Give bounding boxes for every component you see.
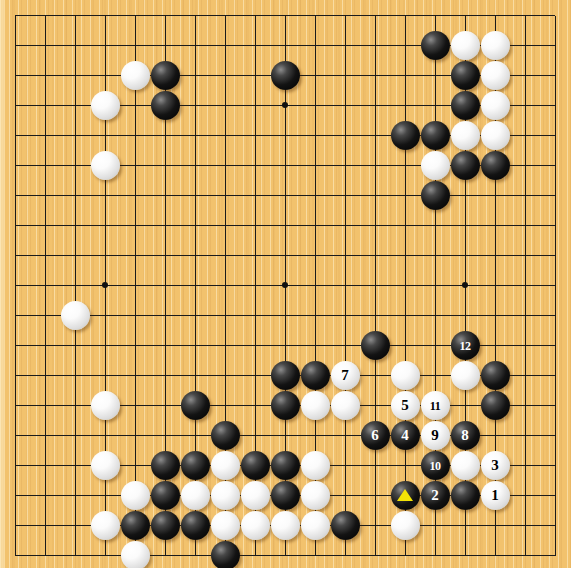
board-point[interactable]: 6 — [360, 421, 390, 451]
board-point[interactable] — [60, 91, 90, 121]
board-point[interactable] — [360, 301, 390, 331]
board-point[interactable] — [330, 91, 360, 121]
board-point[interactable] — [450, 301, 480, 331]
board-point[interactable] — [120, 241, 150, 271]
board-point[interactable] — [270, 541, 300, 568]
board-point[interactable] — [390, 121, 420, 151]
board-point[interactable] — [30, 271, 60, 301]
board-point[interactable] — [420, 181, 450, 211]
board-point[interactable] — [30, 1, 60, 31]
board-point[interactable] — [330, 151, 360, 181]
board-point[interactable] — [300, 361, 330, 391]
board-point[interactable] — [300, 421, 330, 451]
board-point[interactable] — [360, 211, 390, 241]
board-point[interactable] — [30, 511, 60, 541]
board-point[interactable]: 9 — [420, 421, 450, 451]
board-point[interactable] — [150, 541, 180, 568]
board-point[interactable] — [60, 451, 90, 481]
board-point[interactable] — [60, 391, 90, 421]
board-point[interactable] — [540, 301, 570, 331]
board-point[interactable] — [210, 271, 240, 301]
board-point[interactable] — [390, 481, 420, 511]
board-point[interactable] — [360, 181, 390, 211]
board-point[interactable] — [480, 271, 510, 301]
board-point[interactable] — [270, 361, 300, 391]
board-point[interactable] — [540, 181, 570, 211]
board-point[interactable] — [270, 241, 300, 271]
board-point[interactable] — [0, 211, 30, 241]
board-point[interactable] — [270, 391, 300, 421]
board-point[interactable] — [180, 91, 210, 121]
board-point[interactable] — [150, 271, 180, 301]
board-point[interactable] — [240, 481, 270, 511]
board-point[interactable] — [510, 121, 540, 151]
board-point[interactable] — [180, 31, 210, 61]
board-point[interactable]: 5 — [390, 391, 420, 421]
board-point[interactable] — [120, 541, 150, 568]
board-point[interactable] — [60, 121, 90, 151]
board-point[interactable] — [60, 511, 90, 541]
board-point[interactable] — [210, 451, 240, 481]
board-point[interactable] — [330, 121, 360, 151]
board-point[interactable] — [240, 361, 270, 391]
board-point[interactable] — [360, 511, 390, 541]
board-point[interactable] — [450, 361, 480, 391]
board-point[interactable] — [360, 31, 390, 61]
board-point[interactable]: 11 — [420, 391, 450, 421]
board-point[interactable] — [300, 511, 330, 541]
board-point[interactable] — [420, 211, 450, 241]
board-point[interactable] — [300, 241, 330, 271]
board-point[interactable] — [0, 121, 30, 151]
board-point[interactable] — [0, 241, 30, 271]
board-point[interactable] — [480, 121, 510, 151]
board-point[interactable] — [540, 451, 570, 481]
board-point[interactable] — [420, 61, 450, 91]
board-point[interactable] — [510, 391, 540, 421]
board-point[interactable] — [0, 511, 30, 541]
board-point[interactable] — [360, 541, 390, 568]
board-point[interactable] — [510, 151, 540, 181]
board-point[interactable] — [0, 1, 30, 31]
board-point[interactable] — [150, 211, 180, 241]
board-point[interactable] — [510, 1, 540, 31]
board-point[interactable] — [480, 301, 510, 331]
board-point[interactable] — [450, 121, 480, 151]
board-point[interactable] — [360, 331, 390, 361]
board-point[interactable] — [60, 331, 90, 361]
board-point[interactable] — [90, 91, 120, 121]
board-point[interactable] — [540, 421, 570, 451]
board-point[interactable] — [510, 481, 540, 511]
board-point[interactable] — [480, 421, 510, 451]
board-point[interactable] — [300, 61, 330, 91]
board-point[interactable] — [390, 151, 420, 181]
board-point[interactable] — [210, 121, 240, 151]
board-point[interactable] — [450, 61, 480, 91]
board-point[interactable] — [420, 361, 450, 391]
board-point[interactable] — [90, 301, 120, 331]
board-point[interactable] — [120, 451, 150, 481]
board-point[interactable] — [0, 271, 30, 301]
board-point[interactable] — [330, 181, 360, 211]
board-point[interactable] — [510, 331, 540, 361]
board-point[interactable] — [180, 61, 210, 91]
board-point[interactable] — [450, 91, 480, 121]
board-point[interactable] — [270, 31, 300, 61]
board-point[interactable] — [450, 541, 480, 568]
board-point[interactable] — [150, 1, 180, 31]
board-point[interactable] — [90, 151, 120, 181]
board-point[interactable] — [450, 181, 480, 211]
board-point[interactable] — [210, 481, 240, 511]
board-point[interactable] — [450, 511, 480, 541]
board-point[interactable] — [240, 61, 270, 91]
board-point[interactable] — [540, 1, 570, 31]
board-point[interactable] — [360, 91, 390, 121]
board-point[interactable] — [270, 481, 300, 511]
board-point[interactable] — [30, 91, 60, 121]
board-point[interactable] — [30, 241, 60, 271]
board-point[interactable] — [540, 271, 570, 301]
board-point[interactable] — [480, 151, 510, 181]
board-point[interactable] — [480, 241, 510, 271]
board-point[interactable] — [300, 31, 330, 61]
board-point[interactable] — [540, 241, 570, 271]
board-point[interactable] — [60, 1, 90, 31]
board-point[interactable] — [120, 211, 150, 241]
board-point[interactable] — [480, 391, 510, 421]
board-point[interactable] — [150, 421, 180, 451]
board-point[interactable] — [30, 61, 60, 91]
board-point[interactable] — [90, 121, 120, 151]
board-point[interactable] — [90, 511, 120, 541]
board-point[interactable] — [90, 451, 120, 481]
board-point[interactable] — [90, 271, 120, 301]
board-point[interactable] — [150, 61, 180, 91]
board-point[interactable] — [540, 331, 570, 361]
board-point[interactable] — [510, 271, 540, 301]
board-point[interactable] — [90, 421, 120, 451]
board-point[interactable] — [450, 241, 480, 271]
board-point[interactable] — [150, 31, 180, 61]
board-point[interactable] — [540, 511, 570, 541]
board-point[interactable] — [330, 331, 360, 361]
board-point[interactable]: 3 — [480, 451, 510, 481]
board-point[interactable] — [60, 481, 90, 511]
board-point[interactable] — [270, 121, 300, 151]
board-point[interactable] — [540, 121, 570, 151]
board-point[interactable] — [90, 331, 120, 361]
board-point[interactable] — [390, 1, 420, 31]
board-point[interactable] — [450, 211, 480, 241]
board-point[interactable] — [120, 361, 150, 391]
board-point[interactable] — [0, 91, 30, 121]
board-point[interactable] — [240, 301, 270, 331]
board-point[interactable] — [30, 121, 60, 151]
board-point[interactable] — [60, 361, 90, 391]
board-point[interactable] — [240, 31, 270, 61]
board-point[interactable] — [240, 151, 270, 181]
board-point[interactable] — [240, 241, 270, 271]
board-point[interactable] — [90, 1, 120, 31]
board-point[interactable] — [60, 61, 90, 91]
board-point[interactable] — [420, 121, 450, 151]
board-point[interactable] — [30, 391, 60, 421]
board-point[interactable] — [390, 31, 420, 61]
board-point[interactable] — [60, 241, 90, 271]
board-point[interactable] — [210, 31, 240, 61]
board-point[interactable] — [450, 31, 480, 61]
board-point[interactable] — [210, 1, 240, 31]
board-point[interactable] — [300, 211, 330, 241]
board-point[interactable] — [120, 511, 150, 541]
board-point[interactable] — [90, 541, 120, 568]
board-point[interactable] — [540, 91, 570, 121]
board-point[interactable]: 4 — [390, 421, 420, 451]
board-point[interactable] — [30, 361, 60, 391]
board-point[interactable] — [480, 211, 510, 241]
board-point[interactable] — [180, 121, 210, 151]
board-point[interactable] — [120, 151, 150, 181]
board-point[interactable] — [0, 451, 30, 481]
board-point[interactable] — [0, 481, 30, 511]
board-point[interactable] — [150, 301, 180, 331]
board-point[interactable] — [210, 421, 240, 451]
board-point[interactable] — [0, 391, 30, 421]
board-point[interactable] — [210, 331, 240, 361]
board-point[interactable] — [540, 211, 570, 241]
board-point[interactable] — [300, 121, 330, 151]
board-point[interactable] — [420, 271, 450, 301]
board-point[interactable] — [240, 211, 270, 241]
board-point[interactable] — [300, 151, 330, 181]
board-point[interactable] — [480, 361, 510, 391]
board-point[interactable] — [510, 451, 540, 481]
board-point[interactable] — [180, 181, 210, 211]
board-point[interactable] — [270, 271, 300, 301]
board-point[interactable] — [480, 1, 510, 31]
board-point[interactable] — [60, 31, 90, 61]
board-point[interactable] — [300, 1, 330, 31]
board-point[interactable] — [330, 61, 360, 91]
board-point[interactable] — [180, 541, 210, 568]
board-point[interactable] — [180, 391, 210, 421]
board-point[interactable] — [240, 271, 270, 301]
board-point[interactable] — [330, 511, 360, 541]
board-point[interactable] — [270, 91, 300, 121]
board-point[interactable] — [480, 541, 510, 568]
board-point[interactable] — [240, 541, 270, 568]
board-point[interactable] — [150, 181, 180, 211]
board-point[interactable] — [30, 541, 60, 568]
board-point[interactable] — [420, 151, 450, 181]
board-point[interactable] — [330, 1, 360, 31]
board-point[interactable] — [540, 31, 570, 61]
board-point[interactable] — [330, 211, 360, 241]
board-point[interactable] — [390, 331, 420, 361]
board-point[interactable]: 12 — [450, 331, 480, 361]
board-point[interactable] — [390, 91, 420, 121]
board-point[interactable] — [180, 211, 210, 241]
board-point[interactable] — [90, 481, 120, 511]
board-point[interactable] — [270, 181, 300, 211]
board-point[interactable] — [390, 301, 420, 331]
board-point[interactable] — [240, 331, 270, 361]
board-point[interactable] — [30, 211, 60, 241]
board-point[interactable] — [120, 31, 150, 61]
board-point[interactable] — [270, 301, 300, 331]
board-point[interactable] — [510, 181, 540, 211]
board-point[interactable] — [540, 391, 570, 421]
board-point[interactable] — [330, 241, 360, 271]
board-point[interactable] — [330, 451, 360, 481]
board-point[interactable] — [270, 451, 300, 481]
board-point[interactable] — [480, 511, 510, 541]
board-point[interactable] — [300, 391, 330, 421]
board-point[interactable] — [420, 541, 450, 568]
board-point[interactable] — [510, 361, 540, 391]
board-point[interactable] — [510, 61, 540, 91]
board-point[interactable] — [60, 421, 90, 451]
board-point[interactable] — [330, 271, 360, 301]
board-point[interactable]: 1 — [480, 481, 510, 511]
board-point[interactable] — [330, 481, 360, 511]
board-point[interactable] — [300, 331, 330, 361]
board-point[interactable] — [150, 391, 180, 421]
board-point[interactable] — [90, 241, 120, 271]
board-point[interactable] — [300, 301, 330, 331]
board-point[interactable]: 10 — [420, 451, 450, 481]
board-point[interactable] — [390, 241, 420, 271]
board-point[interactable] — [510, 541, 540, 568]
board-point[interactable] — [360, 61, 390, 91]
board-point[interactable] — [540, 481, 570, 511]
board-point[interactable] — [300, 181, 330, 211]
board-point[interactable] — [420, 331, 450, 361]
board-point[interactable] — [360, 151, 390, 181]
board-point[interactable] — [60, 181, 90, 211]
board-point[interactable] — [330, 391, 360, 421]
board-point[interactable] — [210, 391, 240, 421]
board-point[interactable] — [270, 61, 300, 91]
board-point[interactable] — [210, 91, 240, 121]
board-point[interactable] — [330, 31, 360, 61]
board-point[interactable] — [510, 421, 540, 451]
board-point[interactable] — [60, 211, 90, 241]
board-point[interactable] — [90, 391, 120, 421]
board-point[interactable] — [450, 391, 480, 421]
board-point[interactable] — [450, 151, 480, 181]
board-point[interactable] — [450, 271, 480, 301]
board-point[interactable] — [540, 541, 570, 568]
board-point[interactable] — [270, 331, 300, 361]
board-point[interactable]: 2 — [420, 481, 450, 511]
board-point[interactable] — [0, 31, 30, 61]
board-point[interactable] — [330, 541, 360, 568]
board-point[interactable] — [0, 541, 30, 568]
board-point[interactable] — [270, 151, 300, 181]
board-point[interactable] — [60, 151, 90, 181]
board-point[interactable] — [150, 361, 180, 391]
board-point[interactable] — [150, 241, 180, 271]
board-point[interactable] — [390, 181, 420, 211]
board-point[interactable] — [30, 421, 60, 451]
board-point[interactable] — [180, 421, 210, 451]
board-point[interactable] — [210, 241, 240, 271]
board-point[interactable] — [150, 151, 180, 181]
board-point[interactable] — [270, 511, 300, 541]
board-point[interactable] — [180, 271, 210, 301]
board-point[interactable] — [360, 451, 390, 481]
board-point[interactable] — [180, 241, 210, 271]
board-point[interactable] — [330, 301, 360, 331]
board-point[interactable] — [540, 151, 570, 181]
board-point[interactable] — [210, 211, 240, 241]
board-point[interactable] — [150, 91, 180, 121]
board-point[interactable] — [390, 271, 420, 301]
board-point[interactable] — [0, 301, 30, 331]
board-point[interactable] — [0, 181, 30, 211]
board-point[interactable] — [510, 241, 540, 271]
board-point[interactable] — [0, 151, 30, 181]
board-point[interactable] — [120, 421, 150, 451]
board-point[interactable] — [420, 301, 450, 331]
board-point[interactable] — [390, 361, 420, 391]
board-point[interactable] — [510, 31, 540, 61]
board-point[interactable] — [240, 391, 270, 421]
board-point[interactable] — [300, 481, 330, 511]
board-point[interactable] — [240, 421, 270, 451]
board-point[interactable] — [180, 511, 210, 541]
board-point[interactable] — [0, 331, 30, 361]
board-point[interactable] — [360, 271, 390, 301]
board-point[interactable] — [30, 151, 60, 181]
board-point[interactable] — [0, 361, 30, 391]
board-point[interactable] — [210, 181, 240, 211]
board-point[interactable] — [150, 331, 180, 361]
board-point[interactable] — [480, 31, 510, 61]
board-point[interactable] — [210, 151, 240, 181]
board-point[interactable] — [150, 451, 180, 481]
board-point[interactable] — [90, 61, 120, 91]
board-point[interactable] — [300, 91, 330, 121]
board-point[interactable] — [180, 451, 210, 481]
board-point[interactable] — [300, 541, 330, 568]
board-point[interactable] — [510, 301, 540, 331]
board-point[interactable] — [390, 211, 420, 241]
board-point[interactable] — [120, 61, 150, 91]
board-point[interactable] — [360, 391, 390, 421]
board-point[interactable] — [330, 421, 360, 451]
board-point[interactable] — [240, 451, 270, 481]
board-point[interactable] — [240, 121, 270, 151]
board-point[interactable] — [420, 91, 450, 121]
board-point[interactable] — [60, 271, 90, 301]
board-point[interactable] — [150, 511, 180, 541]
board-point[interactable] — [360, 1, 390, 31]
board-point[interactable] — [480, 331, 510, 361]
board-point[interactable] — [120, 301, 150, 331]
board-point[interactable] — [210, 301, 240, 331]
board-point[interactable] — [90, 211, 120, 241]
board-point[interactable] — [480, 61, 510, 91]
board-point[interactable] — [240, 91, 270, 121]
board-point[interactable] — [420, 241, 450, 271]
board-point[interactable] — [120, 481, 150, 511]
board-point[interactable] — [360, 361, 390, 391]
board-point[interactable] — [90, 361, 120, 391]
